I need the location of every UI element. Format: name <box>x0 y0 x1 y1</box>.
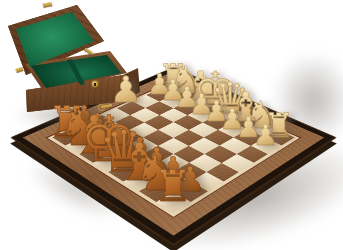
box-rim <box>22 48 132 94</box>
box-interior-felt <box>22 48 132 94</box>
box-hinge-icon <box>16 67 24 73</box>
box-keyhole-escutcheon <box>91 80 99 88</box>
chess-board <box>10 67 337 246</box>
box-quadrant-hinge-icon <box>84 48 93 55</box>
box-compartment-divider <box>22 48 132 94</box>
box-lock-catch-icon <box>43 2 53 7</box>
chess-set-photo: ♟ ♜♞♝♚♛♝♞♜♟♟♟♟♟♟♟♟♟♟♟♟♟♟♟♟♜♞♝♚♛♝♞♜ <box>0 0 343 250</box>
